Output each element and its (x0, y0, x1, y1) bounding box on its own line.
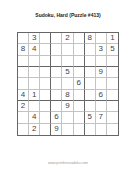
sudoku-cell: 9 (51, 124, 62, 135)
sudoku-cell[interactable] (85, 67, 96, 78)
sudoku-cell: 2 (29, 124, 40, 135)
sudoku-cell[interactable] (40, 33, 51, 44)
sudoku-cell[interactable] (29, 56, 40, 67)
sudoku-cell: 1 (107, 33, 118, 44)
sudoku-cell: 2 (18, 101, 29, 112)
sudoku-cell[interactable] (40, 90, 51, 101)
sudoku-cell[interactable] (40, 112, 51, 123)
sudoku-cell[interactable] (74, 124, 85, 135)
sudoku-cell[interactable] (74, 112, 85, 123)
sudoku-cell[interactable] (96, 101, 107, 112)
sudoku-cell: 5 (107, 44, 118, 55)
sudoku-cell[interactable] (85, 56, 96, 67)
sudoku-cell[interactable] (85, 44, 96, 55)
sudoku-cell[interactable] (18, 33, 29, 44)
page: Sudoku, Hard (Puzzle #413) 3281843559641… (0, 0, 136, 176)
sudoku-cell[interactable] (29, 78, 40, 89)
sudoku-cell[interactable] (51, 101, 62, 112)
sudoku-cell[interactable] (62, 112, 73, 123)
sudoku-cell: 5 (62, 67, 73, 78)
sudoku-cell: 7 (96, 112, 107, 123)
sudoku-cell: 8 (18, 44, 29, 55)
sudoku-cell[interactable] (29, 101, 40, 112)
sudoku-cell[interactable] (107, 124, 118, 135)
sudoku-cell[interactable] (85, 78, 96, 89)
sudoku-cell[interactable] (40, 56, 51, 67)
sudoku-cell[interactable] (18, 67, 29, 78)
sudoku-cell[interactable] (74, 90, 85, 101)
footer-url: www.printfreesudoku.com (0, 161, 136, 165)
sudoku-cell[interactable] (96, 56, 107, 67)
sudoku-cell: 4 (29, 44, 40, 55)
sudoku-cell[interactable] (107, 78, 118, 89)
sudoku-cell: 6 (51, 112, 62, 123)
sudoku-cell[interactable] (51, 67, 62, 78)
sudoku-cell[interactable] (107, 67, 118, 78)
sudoku-cell: 8 (85, 33, 96, 44)
sudoku-cell[interactable] (62, 124, 73, 135)
sudoku-cell[interactable] (40, 124, 51, 135)
sudoku-cell[interactable] (40, 78, 51, 89)
sudoku-cell[interactable] (74, 44, 85, 55)
sudoku-cell: 9 (96, 67, 107, 78)
sudoku-cell: 1 (29, 90, 40, 101)
sudoku-cell[interactable] (40, 67, 51, 78)
sudoku-cell: 6 (96, 90, 107, 101)
sudoku-cell: 2 (62, 33, 73, 44)
sudoku-cell[interactable] (62, 56, 73, 67)
sudoku-cell[interactable] (51, 44, 62, 55)
sudoku-cell: 3 (29, 33, 40, 44)
sudoku-cell: 8 (62, 90, 73, 101)
sudoku-cell[interactable] (85, 101, 96, 112)
sudoku-cell[interactable] (51, 90, 62, 101)
sudoku-cell[interactable] (74, 101, 85, 112)
sudoku-cell[interactable] (18, 124, 29, 135)
sudoku-cell: 4 (18, 90, 29, 101)
sudoku-cell[interactable] (18, 112, 29, 123)
sudoku-cell: 6 (74, 78, 85, 89)
sudoku-cell[interactable] (74, 33, 85, 44)
sudoku-cell[interactable] (74, 56, 85, 67)
sudoku-cell[interactable] (40, 44, 51, 55)
sudoku-cell[interactable] (62, 78, 73, 89)
sudoku-cell[interactable] (107, 90, 118, 101)
sudoku-cell: 3 (96, 44, 107, 55)
sudoku-cell[interactable] (18, 78, 29, 89)
sudoku-cell[interactable] (62, 44, 73, 55)
sudoku-cell[interactable] (107, 112, 118, 123)
sudoku-cell[interactable] (85, 90, 96, 101)
puzzle-title: Sudoku, Hard (Puzzle #413) (0, 12, 136, 18)
sudoku-cell[interactable] (40, 101, 51, 112)
sudoku-cell: 5 (85, 112, 96, 123)
sudoku-cell[interactable] (74, 67, 85, 78)
sudoku-cell[interactable] (51, 78, 62, 89)
sudoku-cell[interactable] (96, 78, 107, 89)
sudoku-cell[interactable] (107, 56, 118, 67)
sudoku-board: 32818435596418629465729 (17, 32, 119, 136)
sudoku-cell[interactable] (96, 124, 107, 135)
sudoku-cell[interactable] (85, 124, 96, 135)
sudoku-cell[interactable] (107, 101, 118, 112)
sudoku-cell[interactable] (51, 33, 62, 44)
sudoku-cell[interactable] (18, 56, 29, 67)
sudoku-cell[interactable] (51, 56, 62, 67)
sudoku-cell: 9 (62, 101, 73, 112)
sudoku-cell[interactable] (29, 67, 40, 78)
sudoku-cell: 4 (29, 112, 40, 123)
sudoku-cell[interactable] (96, 33, 107, 44)
